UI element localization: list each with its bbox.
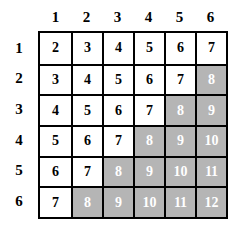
cell-r3-c6: 9 bbox=[195, 94, 226, 125]
cell-r5-c1: 6 bbox=[40, 156, 71, 187]
cell-r6-c5: 11 bbox=[164, 186, 195, 217]
cell-r5-c4: 9 bbox=[133, 156, 164, 187]
row-headers: 123456 bbox=[8, 33, 38, 219]
cell-r4-c4: 8 bbox=[133, 125, 164, 156]
cell-r5-c5: 10 bbox=[164, 156, 195, 187]
row-header-3: 3 bbox=[8, 94, 38, 125]
cell-r3-c2: 5 bbox=[71, 94, 102, 125]
cell-r4-c3: 7 bbox=[102, 125, 133, 156]
cell-r1-c1: 2 bbox=[40, 33, 71, 64]
col-header-2: 2 bbox=[71, 4, 102, 31]
cell-r2-c6: 8 bbox=[195, 64, 226, 95]
row-header-6: 6 bbox=[8, 186, 38, 217]
col-header-1: 1 bbox=[40, 4, 71, 31]
col-header-4: 4 bbox=[133, 4, 164, 31]
cell-r2-c3: 5 bbox=[102, 64, 133, 95]
corner-spacer bbox=[8, 4, 38, 31]
row-header-1: 1 bbox=[8, 33, 38, 64]
addition-grid: 2345673456784567895678910678910117891011… bbox=[38, 31, 228, 219]
cell-r1-c2: 3 bbox=[71, 33, 102, 64]
cell-r6-c4: 10 bbox=[133, 186, 164, 217]
column-headers: 123456 bbox=[40, 4, 228, 31]
addition-table-figure: 123456 123456 23456734567845678956789106… bbox=[0, 0, 246, 219]
cell-r4-c5: 9 bbox=[164, 125, 195, 156]
cell-r2-c4: 6 bbox=[133, 64, 164, 95]
cell-r4-c2: 6 bbox=[71, 125, 102, 156]
cell-r3-c3: 6 bbox=[102, 94, 133, 125]
row-header-2: 2 bbox=[8, 64, 38, 95]
cell-r2-c5: 7 bbox=[164, 64, 195, 95]
cell-r5-c6: 11 bbox=[195, 156, 226, 187]
cell-r2-c1: 3 bbox=[40, 64, 71, 95]
row-header-5: 5 bbox=[8, 156, 38, 187]
cell-r6-c6: 12 bbox=[195, 186, 226, 217]
col-header-5: 5 bbox=[164, 4, 195, 31]
cell-r6-c3: 9 bbox=[102, 186, 133, 217]
cell-r1-c5: 6 bbox=[164, 33, 195, 64]
cell-r1-c3: 4 bbox=[102, 33, 133, 64]
cell-r3-c4: 7 bbox=[133, 94, 164, 125]
cell-r2-c2: 4 bbox=[71, 64, 102, 95]
cell-r6-c1: 7 bbox=[40, 186, 71, 217]
cell-r1-c4: 5 bbox=[133, 33, 164, 64]
cell-r4-c6: 10 bbox=[195, 125, 226, 156]
row-header-4: 4 bbox=[8, 125, 38, 156]
cell-r3-c5: 8 bbox=[164, 94, 195, 125]
cell-r5-c3: 8 bbox=[102, 156, 133, 187]
col-header-3: 3 bbox=[102, 4, 133, 31]
cell-r6-c2: 8 bbox=[71, 186, 102, 217]
col-header-6: 6 bbox=[195, 4, 226, 31]
cell-r1-c6: 7 bbox=[195, 33, 226, 64]
cell-r3-c1: 4 bbox=[40, 94, 71, 125]
cell-r5-c2: 7 bbox=[71, 156, 102, 187]
cell-r4-c1: 5 bbox=[40, 125, 71, 156]
